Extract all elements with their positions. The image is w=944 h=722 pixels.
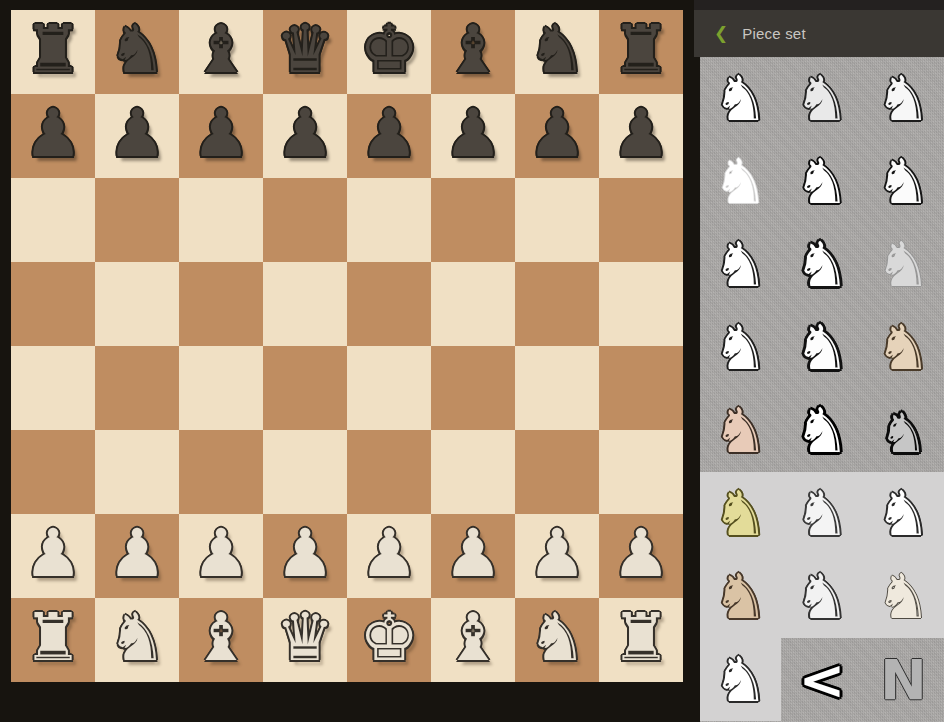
piece-set-option-reillycraig[interactable]: ♞	[700, 223, 781, 306]
piece-black-bishop[interactable]: ♝	[443, 17, 502, 83]
square-d3[interactable]	[263, 430, 347, 514]
square-g3[interactable]	[515, 430, 599, 514]
piece-black-knight[interactable]: ♞	[527, 17, 586, 83]
square-h2[interactable]: ♟	[599, 514, 683, 598]
dubrovny-knight-icon: ♞	[713, 649, 769, 711]
piece-set-option-cardinal[interactable]: ♞	[863, 472, 944, 555]
piece-white-pawn[interactable]: ♟	[443, 521, 502, 587]
piece-set-option-chess7[interactable]: ♞	[863, 140, 944, 223]
square-c5[interactable]	[179, 262, 263, 346]
square-e3[interactable]	[347, 430, 431, 514]
square-b6[interactable]	[95, 178, 179, 262]
piece-white-pawn[interactable]: ♟	[107, 521, 166, 587]
piece-white-queen[interactable]: ♛	[275, 605, 334, 671]
square-f4[interactable]	[431, 346, 515, 430]
square-h3[interactable]	[599, 430, 683, 514]
square-b4[interactable]	[95, 346, 179, 430]
piece-white-pawn[interactable]: ♟	[275, 521, 334, 587]
square-g8[interactable]: ♞	[515, 10, 599, 94]
piece-set-option-dubrovny[interactable]: ♞	[700, 638, 781, 721]
square-a7[interactable]: ♟	[11, 94, 95, 178]
piece-black-pawn[interactable]: ♟	[611, 101, 670, 167]
square-d5[interactable]	[263, 262, 347, 346]
square-c6[interactable]	[179, 178, 263, 262]
piece-set-option-cburnett[interactable]: ♞	[700, 57, 781, 140]
piece-black-pawn[interactable]: ♟	[23, 101, 82, 167]
square-g4[interactable]	[515, 346, 599, 430]
piece-set-option-kosal[interactable]: ♞	[700, 306, 781, 389]
piece-white-knight[interactable]: ♞	[527, 605, 586, 671]
piece-set-option-california[interactable]: ♞	[700, 389, 781, 472]
square-d4[interactable]	[263, 346, 347, 430]
piece-set-option-maestro[interactable]: ♞	[700, 472, 781, 555]
square-b2[interactable]: ♟	[95, 514, 179, 598]
chessnut-knight-icon: ♞	[794, 151, 850, 213]
piece-white-rook[interactable]: ♜	[611, 605, 670, 671]
piece-black-pawn[interactable]: ♟	[191, 101, 250, 167]
square-g2[interactable]: ♟	[515, 514, 599, 598]
square-b8[interactable]: ♞	[95, 10, 179, 94]
staunty-knight-icon: ♞	[713, 566, 769, 628]
california-knight-icon: ♞	[713, 400, 769, 462]
piece-black-pawn[interactable]: ♟	[443, 101, 502, 167]
square-h7[interactable]: ♟	[599, 94, 683, 178]
companion-knight-icon: ♞	[794, 234, 850, 296]
square-d7[interactable]: ♟	[263, 94, 347, 178]
piece-black-pawn[interactable]: ♟	[359, 101, 418, 167]
piece-black-pawn[interactable]: ♟	[107, 101, 166, 167]
piece-black-pawn[interactable]: ♟	[275, 101, 334, 167]
chess7-knight-icon: ♞	[876, 151, 932, 213]
piece-set-panel-header: ❮ Piece set	[694, 10, 944, 57]
square-c3[interactable]	[179, 430, 263, 514]
square-e7[interactable]: ♟	[347, 94, 431, 178]
piece-white-pawn[interactable]: ♟	[191, 521, 250, 587]
piece-black-pawn[interactable]: ♟	[527, 101, 586, 167]
piece-black-queen[interactable]: ♛	[275, 17, 334, 83]
piece-black-rook[interactable]: ♜	[611, 17, 670, 83]
piece-set-option-staunty[interactable]: ♞	[700, 555, 781, 638]
pirouetti-knight-icon: ♞	[713, 151, 769, 213]
piece-set-option-celtic[interactable]: ♞	[781, 389, 862, 472]
piece-set-option-companion[interactable]: ♞	[781, 223, 862, 306]
square-b3[interactable]	[95, 430, 179, 514]
piece-set-option-governor[interactable]: ♞	[781, 555, 862, 638]
piece-white-king[interactable]: ♚	[359, 605, 418, 671]
piece-black-rook[interactable]: ♜	[23, 17, 82, 83]
piece-set-option-fantasy[interactable]: ♞	[863, 306, 944, 389]
fresca-knight-icon: ♞	[794, 483, 850, 545]
merida-knight-icon: ♞	[794, 68, 850, 130]
letter-knight-icon: N	[880, 652, 927, 708]
piece-set-option-riohacha[interactable]: ♞	[863, 223, 944, 306]
alpha-knight-icon: ♞	[876, 68, 932, 130]
piece-white-pawn[interactable]: ♟	[611, 521, 670, 587]
square-e5[interactable]	[347, 262, 431, 346]
piece-white-pawn[interactable]: ♟	[527, 521, 586, 587]
square-e1[interactable]: ♚	[347, 598, 431, 682]
square-d2[interactable]: ♟	[263, 514, 347, 598]
square-e4[interactable]	[347, 346, 431, 430]
square-f2[interactable]: ♟	[431, 514, 515, 598]
piece-white-pawn[interactable]: ♟	[359, 521, 418, 587]
square-b7[interactable]: ♟	[95, 94, 179, 178]
square-d8[interactable]: ♛	[263, 10, 347, 94]
cardinal-knight-icon: ♞	[876, 483, 932, 545]
piece-set-grid: ♞♞♞♞♞♞♞♞♞♞♞♞♞♞♞♞♞♞♞♞♞♞<N	[700, 57, 944, 722]
maestro-knight-icon: ♞	[713, 483, 769, 545]
square-c2[interactable]: ♟	[179, 514, 263, 598]
square-c4[interactable]	[179, 346, 263, 430]
piece-set-option-merida[interactable]: ♞	[781, 57, 862, 140]
square-f1[interactable]: ♝	[431, 598, 515, 682]
square-a3[interactable]	[11, 430, 95, 514]
square-d6[interactable]	[263, 178, 347, 262]
square-f6[interactable]	[431, 178, 515, 262]
square-b1[interactable]: ♞	[95, 598, 179, 682]
governor-knight-icon: ♞	[794, 566, 850, 628]
square-g5[interactable]	[515, 262, 599, 346]
piece-set-option-leipzig[interactable]: ♞	[781, 306, 862, 389]
kosal-knight-icon: ♞	[713, 317, 769, 379]
leipzig-knight-icon: ♞	[794, 317, 850, 379]
square-a1[interactable]: ♜	[11, 598, 95, 682]
piece-white-pawn[interactable]: ♟	[23, 521, 82, 587]
square-h1[interactable]: ♜	[599, 598, 683, 682]
square-a6[interactable]	[11, 178, 95, 262]
piece-white-rook[interactable]: ♜	[23, 605, 82, 671]
pixel-knight-icon: ♞	[885, 400, 922, 462]
piece-black-knight[interactable]: ♞	[107, 17, 166, 83]
square-a5[interactable]	[11, 262, 95, 346]
piece-white-knight[interactable]: ♞	[107, 605, 166, 671]
piece-set-option-chessnut[interactable]: ♞	[781, 140, 862, 223]
shapes-knight-icon: <	[799, 652, 846, 708]
celtic-knight-icon: ♞	[794, 400, 850, 462]
back-button[interactable]: ❮	[714, 25, 728, 42]
piece-set-option-pirouetti[interactable]: ♞	[700, 140, 781, 223]
square-d1[interactable]: ♛	[263, 598, 347, 682]
cburnett-knight-icon: ♞	[713, 68, 769, 130]
fantasy-knight-icon: ♞	[876, 317, 932, 379]
chess-app-screen: ♜♞♝♛♚♝♞♜♟♟♟♟♟♟♟♟♟♟♟♟♟♟♟♟♜♞♝♛♚♝♞♜ ❮ Piece…	[0, 0, 944, 722]
piece-black-king[interactable]: ♚	[359, 17, 418, 83]
square-b5[interactable]	[95, 262, 179, 346]
piece-set-option-fresca[interactable]: ♞	[781, 472, 862, 555]
square-f7[interactable]: ♟	[431, 94, 515, 178]
piece-set-option-pixel[interactable]: ♞	[863, 389, 944, 472]
piece-set-option-alpha[interactable]: ♞	[863, 57, 944, 140]
square-f5[interactable]	[431, 262, 515, 346]
square-f3[interactable]	[431, 430, 515, 514]
square-e6[interactable]	[347, 178, 431, 262]
cooke-knight-icon: ♞	[876, 566, 932, 628]
square-h8[interactable]: ♜	[599, 10, 683, 94]
panel-title: Piece set	[742, 25, 806, 42]
square-c8[interactable]: ♝	[179, 10, 263, 94]
square-g6[interactable]	[515, 178, 599, 262]
piece-set-option-cooke[interactable]: ♞	[863, 555, 944, 638]
piece-white-bishop[interactable]: ♝	[191, 605, 250, 671]
panel-top-strip	[694, 0, 944, 10]
square-e8[interactable]: ♚	[347, 10, 431, 94]
piece-set-option-shapes[interactable]: <	[781, 638, 862, 721]
chevron-left-icon: ❮	[714, 25, 728, 42]
square-c7[interactable]: ♟	[179, 94, 263, 178]
square-g1[interactable]: ♞	[515, 598, 599, 682]
square-h6[interactable]	[599, 178, 683, 262]
riohacha-knight-icon: ♞	[876, 234, 932, 296]
square-a4[interactable]	[11, 346, 95, 430]
piece-white-bishop[interactable]: ♝	[443, 605, 502, 671]
square-h4[interactable]	[599, 346, 683, 430]
square-f8[interactable]: ♝	[431, 10, 515, 94]
square-g7[interactable]: ♟	[515, 94, 599, 178]
piece-black-bishop[interactable]: ♝	[191, 17, 250, 83]
reillycraig-knight-icon: ♞	[713, 234, 769, 296]
piece-set-option-letter[interactable]: N	[863, 638, 944, 721]
square-e2[interactable]: ♟	[347, 514, 431, 598]
square-h5[interactable]	[599, 262, 683, 346]
chess-board[interactable]: ♜♞♝♛♚♝♞♜♟♟♟♟♟♟♟♟♟♟♟♟♟♟♟♟♜♞♝♛♚♝♞♜	[11, 10, 683, 682]
square-a8[interactable]: ♜	[11, 10, 95, 94]
square-c1[interactable]: ♝	[179, 598, 263, 682]
square-a2[interactable]: ♟	[11, 514, 95, 598]
